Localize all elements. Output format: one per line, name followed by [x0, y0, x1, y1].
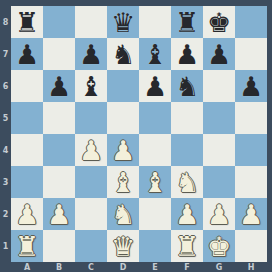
file-label-e: E: [139, 262, 171, 272]
black-bishop: ♝: [143, 39, 167, 71]
square-e3[interactable]: ♝: [139, 166, 171, 198]
black-pawn: ♟: [239, 71, 263, 103]
square-d4[interactable]: ♟: [107, 134, 139, 166]
square-b5[interactable]: [43, 102, 75, 134]
square-b7[interactable]: [43, 38, 75, 70]
square-e6[interactable]: ♟: [139, 70, 171, 102]
chess-board: ♜♛♜♚♟♟♞♝♟♟♟♝♟♞♟♟♟♝♝♞♟♟♞♟♟♟♜♛♜♚: [11, 6, 267, 262]
square-b1[interactable]: [43, 230, 75, 262]
white-pawn: ♟: [15, 199, 39, 231]
rank-label-2: 2: [0, 198, 11, 230]
rank-label-1: 1: [0, 230, 11, 262]
square-c1[interactable]: [75, 230, 107, 262]
black-pawn: ♟: [207, 39, 231, 71]
square-g6[interactable]: [203, 70, 235, 102]
square-d6[interactable]: [107, 70, 139, 102]
black-pawn: ♟: [143, 71, 167, 103]
square-b8[interactable]: [43, 6, 75, 38]
black-pawn: ♟: [15, 39, 39, 71]
black-queen: ♛: [111, 7, 135, 39]
black-rook: ♜: [15, 7, 39, 39]
black-pawn: ♟: [175, 39, 199, 71]
square-b6[interactable]: ♟: [43, 70, 75, 102]
file-label-c: C: [75, 262, 107, 272]
file-label-h: H: [235, 262, 267, 272]
square-h5[interactable]: [235, 102, 267, 134]
square-a7[interactable]: ♟: [11, 38, 43, 70]
white-king: ♚: [207, 231, 231, 263]
white-pawn: ♟: [111, 135, 135, 167]
square-h2[interactable]: ♟: [235, 198, 267, 230]
square-d1[interactable]: ♛: [107, 230, 139, 262]
square-g2[interactable]: ♟: [203, 198, 235, 230]
white-bishop: ♝: [143, 167, 167, 199]
square-d3[interactable]: ♝: [107, 166, 139, 198]
square-a5[interactable]: [11, 102, 43, 134]
file-label-g: G: [203, 262, 235, 272]
square-f7[interactable]: ♟: [171, 38, 203, 70]
square-c4[interactable]: ♟: [75, 134, 107, 166]
black-bishop: ♝: [79, 71, 103, 103]
white-pawn: ♟: [207, 199, 231, 231]
white-pawn: ♟: [79, 135, 103, 167]
square-g3[interactable]: [203, 166, 235, 198]
square-f3[interactable]: ♞: [171, 166, 203, 198]
white-bishop: ♝: [111, 167, 135, 199]
rank-label-7: 7: [0, 38, 11, 70]
white-pawn: ♟: [47, 199, 71, 231]
square-a4[interactable]: [11, 134, 43, 166]
square-h8[interactable]: [235, 6, 267, 38]
square-g8[interactable]: ♚: [203, 6, 235, 38]
square-e7[interactable]: ♝: [139, 38, 171, 70]
square-g1[interactable]: ♚: [203, 230, 235, 262]
square-f6[interactable]: ♞: [171, 70, 203, 102]
square-e8[interactable]: [139, 6, 171, 38]
square-g4[interactable]: [203, 134, 235, 166]
square-a1[interactable]: ♜: [11, 230, 43, 262]
square-h6[interactable]: ♟: [235, 70, 267, 102]
square-h1[interactable]: [235, 230, 267, 262]
square-a2[interactable]: ♟: [11, 198, 43, 230]
square-c6[interactable]: ♝: [75, 70, 107, 102]
square-d8[interactable]: ♛: [107, 6, 139, 38]
black-knight: ♞: [111, 39, 135, 71]
square-f4[interactable]: [171, 134, 203, 166]
square-c8[interactable]: [75, 6, 107, 38]
chess-board-app: ♜♛♜♚♟♟♞♝♟♟♟♝♟♞♟♟♟♝♝♞♟♟♞♟♟♟♜♛♜♚ 87654321A…: [0, 0, 272, 272]
square-e4[interactable]: [139, 134, 171, 166]
white-knight: ♞: [111, 199, 135, 231]
white-pawn: ♟: [239, 199, 263, 231]
square-h7[interactable]: [235, 38, 267, 70]
rank-label-3: 3: [0, 166, 11, 198]
square-c7[interactable]: ♟: [75, 38, 107, 70]
square-g5[interactable]: [203, 102, 235, 134]
square-b2[interactable]: ♟: [43, 198, 75, 230]
square-b4[interactable]: [43, 134, 75, 166]
square-f1[interactable]: ♜: [171, 230, 203, 262]
square-c3[interactable]: [75, 166, 107, 198]
rank-label-4: 4: [0, 134, 11, 166]
square-f5[interactable]: [171, 102, 203, 134]
square-e1[interactable]: [139, 230, 171, 262]
square-d7[interactable]: ♞: [107, 38, 139, 70]
square-c2[interactable]: [75, 198, 107, 230]
white-rook: ♜: [15, 231, 39, 263]
white-knight: ♞: [175, 167, 199, 199]
square-b3[interactable]: [43, 166, 75, 198]
black-king: ♚: [207, 7, 231, 39]
square-h4[interactable]: [235, 134, 267, 166]
black-rook: ♜: [175, 7, 199, 39]
rank-label-8: 8: [0, 6, 11, 38]
square-g7[interactable]: ♟: [203, 38, 235, 70]
square-a3[interactable]: [11, 166, 43, 198]
square-h3[interactable]: [235, 166, 267, 198]
white-rook: ♜: [175, 231, 199, 263]
square-e2[interactable]: [139, 198, 171, 230]
white-queen: ♛: [111, 231, 135, 263]
square-d2[interactable]: ♞: [107, 198, 139, 230]
white-pawn: ♟: [175, 199, 199, 231]
square-d5[interactable]: [107, 102, 139, 134]
black-pawn: ♟: [79, 39, 103, 71]
square-f2[interactable]: ♟: [171, 198, 203, 230]
square-a6[interactable]: [11, 70, 43, 102]
square-f8[interactable]: ♜: [171, 6, 203, 38]
rank-label-6: 6: [0, 70, 11, 102]
file-label-f: F: [171, 262, 203, 272]
file-label-b: B: [43, 262, 75, 272]
square-a8[interactable]: ♜: [11, 6, 43, 38]
square-e5[interactable]: [139, 102, 171, 134]
black-pawn: ♟: [47, 71, 71, 103]
file-label-a: A: [11, 262, 43, 272]
rank-label-5: 5: [0, 102, 11, 134]
black-knight: ♞: [175, 71, 199, 103]
file-label-d: D: [107, 262, 139, 272]
square-c5[interactable]: [75, 102, 107, 134]
